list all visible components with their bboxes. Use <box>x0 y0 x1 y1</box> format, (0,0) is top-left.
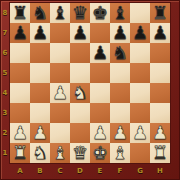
square-c1[interactable]: ♝ <box>50 143 70 163</box>
square-f5[interactable] <box>110 63 130 83</box>
white-knight[interactable]: ♞ <box>72 83 88 103</box>
square-e5[interactable] <box>90 63 110 83</box>
square-g8[interactable] <box>130 3 150 23</box>
square-f3[interactable] <box>110 103 130 123</box>
black-pawn[interactable]: ♟ <box>32 23 48 43</box>
square-g4[interactable] <box>130 83 150 103</box>
rank-label-1: 1 <box>0 143 10 163</box>
square-e7[interactable] <box>90 23 110 43</box>
square-a3[interactable] <box>10 103 30 123</box>
square-d3[interactable] <box>70 103 90 123</box>
black-rook[interactable]: ♜ <box>12 3 28 23</box>
file-label-c: C <box>50 164 70 177</box>
square-e3[interactable] <box>90 103 110 123</box>
square-g7[interactable]: ♟ <box>130 23 150 43</box>
chess-board-window: ♜♞♝♛♚♝♜♟♟♟♟♟♟♟♞♟♞♟♟♟♟♟♟♜♞♝♛♚♝♜ 87654321 … <box>0 0 180 180</box>
rank-label-4: 4 <box>0 83 10 103</box>
square-d1[interactable]: ♛ <box>70 143 90 163</box>
square-h4[interactable] <box>150 83 170 103</box>
square-d4[interactable]: ♞ <box>70 83 90 103</box>
square-a5[interactable] <box>10 63 30 83</box>
square-h8[interactable]: ♜ <box>150 3 170 23</box>
square-c7[interactable] <box>50 23 70 43</box>
rank-label-7: 7 <box>0 23 10 43</box>
white-pawn[interactable]: ♟ <box>32 123 48 143</box>
square-h7[interactable]: ♟ <box>150 23 170 43</box>
square-f8[interactable]: ♝ <box>110 3 130 23</box>
square-c3[interactable] <box>50 103 70 123</box>
square-g2[interactable]: ♟ <box>130 123 150 143</box>
square-b5[interactable] <box>30 63 50 83</box>
black-queen[interactable]: ♛ <box>72 3 88 23</box>
white-pawn[interactable]: ♟ <box>152 123 168 143</box>
black-pawn[interactable]: ♟ <box>112 23 128 43</box>
file-label-f: F <box>110 164 130 177</box>
black-pawn[interactable]: ♟ <box>152 23 168 43</box>
file-label-e: E <box>90 164 110 177</box>
rank-label-8: 8 <box>0 3 10 23</box>
black-knight[interactable]: ♞ <box>112 43 128 63</box>
square-b2[interactable]: ♟ <box>30 123 50 143</box>
square-f4[interactable] <box>110 83 130 103</box>
square-e8[interactable]: ♚ <box>90 3 110 23</box>
square-d6[interactable] <box>70 43 90 63</box>
white-knight[interactable]: ♞ <box>32 143 48 163</box>
black-rook[interactable]: ♜ <box>152 3 168 23</box>
square-d7[interactable]: ♟ <box>70 23 90 43</box>
rank-label-2: 2 <box>0 123 10 143</box>
white-pawn[interactable]: ♟ <box>52 83 68 103</box>
white-bishop[interactable]: ♝ <box>112 143 128 163</box>
square-b3[interactable] <box>30 103 50 123</box>
square-a6[interactable] <box>10 43 30 63</box>
file-label-g: G <box>130 164 150 177</box>
black-pawn[interactable]: ♟ <box>92 43 108 63</box>
white-bishop[interactable]: ♝ <box>52 143 68 163</box>
square-a1[interactable]: ♜ <box>10 143 30 163</box>
square-b7[interactable]: ♟ <box>30 23 50 43</box>
square-a4[interactable] <box>10 83 30 103</box>
square-g1[interactable] <box>130 143 150 163</box>
square-b1[interactable]: ♞ <box>30 143 50 163</box>
square-b8[interactable]: ♞ <box>30 3 50 23</box>
square-h5[interactable] <box>150 63 170 83</box>
square-d2[interactable] <box>70 123 90 143</box>
white-pawn[interactable]: ♟ <box>92 123 108 143</box>
file-label-b: B <box>30 164 50 177</box>
black-bishop[interactable]: ♝ <box>52 3 68 23</box>
square-f6[interactable]: ♞ <box>110 43 130 63</box>
square-g5[interactable] <box>130 63 150 83</box>
black-pawn[interactable]: ♟ <box>12 23 28 43</box>
square-h3[interactable] <box>150 103 170 123</box>
board-squares: ♜♞♝♛♚♝♜♟♟♟♟♟♟♟♞♟♞♟♟♟♟♟♟♜♞♝♛♚♝♜ <box>10 3 170 163</box>
square-c4[interactable]: ♟ <box>50 83 70 103</box>
white-rook[interactable]: ♜ <box>152 143 168 163</box>
white-pawn[interactable]: ♟ <box>132 123 148 143</box>
white-pawn[interactable]: ♟ <box>12 123 28 143</box>
square-c2[interactable] <box>50 123 70 143</box>
square-e4[interactable] <box>90 83 110 103</box>
square-g6[interactable] <box>130 43 150 63</box>
square-h6[interactable] <box>150 43 170 63</box>
square-b4[interactable] <box>30 83 50 103</box>
black-knight[interactable]: ♞ <box>32 3 48 23</box>
black-bishop[interactable]: ♝ <box>112 3 128 23</box>
file-label-h: H <box>150 164 170 177</box>
white-rook[interactable]: ♜ <box>12 143 28 163</box>
square-c8[interactable]: ♝ <box>50 3 70 23</box>
square-f1[interactable]: ♝ <box>110 143 130 163</box>
square-a2[interactable]: ♟ <box>10 123 30 143</box>
square-h2[interactable]: ♟ <box>150 123 170 143</box>
rank-label-5: 5 <box>0 63 10 83</box>
rank-labels: 87654321 <box>0 3 10 163</box>
square-g3[interactable] <box>130 103 150 123</box>
square-e2[interactable]: ♟ <box>90 123 110 143</box>
square-e6[interactable]: ♟ <box>90 43 110 63</box>
rank-label-3: 3 <box>0 103 10 123</box>
rank-label-6: 6 <box>0 43 10 63</box>
square-d5[interactable] <box>70 63 90 83</box>
square-h1[interactable]: ♜ <box>150 143 170 163</box>
square-c6[interactable] <box>50 43 70 63</box>
black-pawn[interactable]: ♟ <box>132 23 148 43</box>
square-a7[interactable]: ♟ <box>10 23 30 43</box>
square-b6[interactable] <box>30 43 50 63</box>
square-d8[interactable]: ♛ <box>70 3 90 23</box>
square-a8[interactable]: ♜ <box>10 3 30 23</box>
white-queen[interactable]: ♛ <box>72 143 88 163</box>
black-pawn[interactable]: ♟ <box>72 23 88 43</box>
square-f2[interactable]: ♟ <box>110 123 130 143</box>
white-pawn[interactable]: ♟ <box>112 123 128 143</box>
file-label-a: A <box>10 164 30 177</box>
white-king[interactable]: ♚ <box>92 143 108 163</box>
square-f7[interactable]: ♟ <box>110 23 130 43</box>
file-label-d: D <box>70 164 90 177</box>
square-c5[interactable] <box>50 63 70 83</box>
black-king[interactable]: ♚ <box>92 3 108 23</box>
square-e1[interactable]: ♚ <box>90 143 110 163</box>
file-labels: ABCDEFGH <box>10 164 170 177</box>
